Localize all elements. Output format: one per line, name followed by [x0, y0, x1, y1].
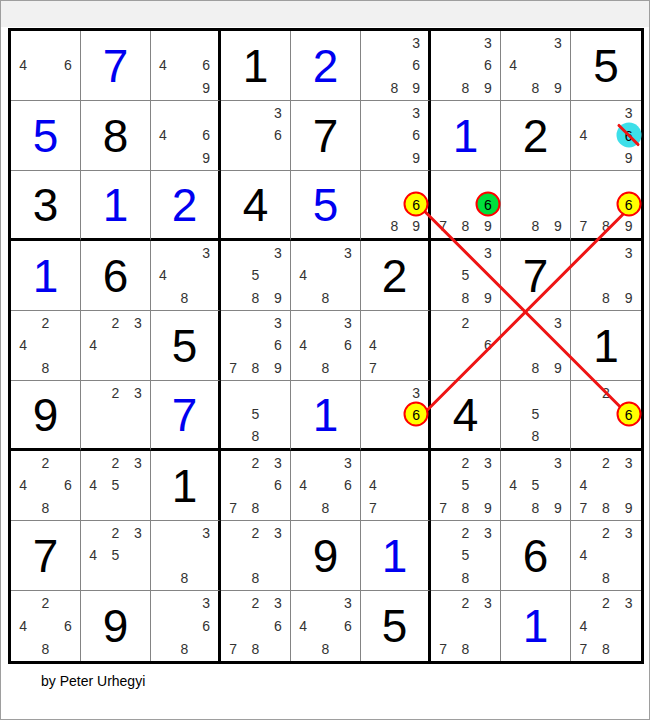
empty-slot-4: [502, 334, 524, 356]
candidate-6: 6: [267, 615, 289, 638]
cell-r7c6[interactable]: 47: [361, 451, 431, 521]
cell-r1c8[interactable]: 3489: [501, 31, 571, 101]
empty-slot-5: [174, 544, 196, 566]
empty-slot-5: [595, 124, 618, 146]
candidate-3: 3: [337, 312, 359, 334]
solved-digit: 7: [81, 31, 150, 100]
candidate-2: 2: [104, 382, 126, 404]
candidate-9: 9: [617, 147, 640, 169]
empty-slot-2: [454, 242, 476, 264]
cell-r8c3[interactable]: 38: [151, 521, 221, 591]
cell-r7c3[interactable]: 1: [151, 451, 221, 521]
empty-slot-6: [267, 404, 289, 426]
empty-slot-5: [174, 54, 196, 76]
pencil-marks: 2348: [572, 522, 640, 589]
cell-r8c4[interactable]: 238: [221, 521, 291, 591]
candidate-8: 8: [454, 287, 476, 309]
cell-r4c1[interactable]: 1: [11, 241, 81, 311]
empty-slot-6: [617, 474, 640, 496]
empty-slot-7: [432, 567, 454, 589]
pencil-marks: 2378: [432, 592, 499, 660]
empty-slot-1: [12, 452, 34, 474]
empty-slot-5: [454, 615, 476, 638]
cell-r7c2[interactable]: 2345: [81, 451, 151, 521]
candidate-4: 4: [152, 124, 174, 146]
empty-slot-2: [174, 242, 196, 264]
cell-r9c1[interactable]: 2468: [11, 591, 81, 661]
cell-r7c1[interactable]: 2468: [11, 451, 81, 521]
given-digit: 6: [501, 521, 570, 590]
cell-r9c3[interactable]: 368: [151, 591, 221, 661]
candidate-9: 9: [477, 287, 499, 309]
candidate-3: 3: [547, 312, 569, 334]
empty-slot-7: [222, 147, 244, 169]
cell-r5c8[interactable]: 389: [501, 311, 571, 381]
given-digit: 5: [151, 311, 218, 380]
cell-r3c1[interactable]: 3: [11, 171, 81, 241]
candidate-4: 4: [292, 474, 314, 496]
empty-slot-1: [152, 242, 174, 264]
candidate-8: 8: [595, 215, 618, 237]
candidate-3: 3: [547, 452, 569, 474]
empty-slot-7: [362, 215, 384, 237]
empty-slot-5: [524, 54, 546, 76]
empty-slot-4: [432, 474, 454, 496]
cell-r7c9[interactable]: 234789: [571, 451, 641, 521]
candidate-3: 3: [195, 242, 217, 264]
cell-r3c2[interactable]: 1: [81, 171, 151, 241]
empty-slot-1: [82, 382, 104, 404]
given-digit: 1: [571, 311, 641, 380]
empty-slot-7: [222, 567, 244, 589]
cell-r3c9[interactable]: 6789: [571, 171, 641, 241]
cell-r2c5[interactable]: 7: [291, 101, 361, 171]
empty-slot-5: [314, 474, 336, 496]
empty-slot-6: [547, 404, 569, 426]
cell-r8c9[interactable]: 2348: [571, 521, 641, 591]
cell-r8c2[interactable]: 2345: [81, 521, 151, 591]
pencil-marks: 234: [82, 312, 149, 379]
cell-r8c1[interactable]: 7: [11, 521, 81, 591]
cell-r5c9[interactable]: 1: [571, 311, 641, 381]
pencil-marks: 3689: [362, 32, 427, 99]
candidate-3: 3: [267, 522, 289, 544]
empty-slot-3: [477, 172, 499, 194]
candidate-4: 4: [362, 334, 384, 356]
empty-slot-7: [572, 147, 595, 169]
cell-r6c9[interactable]: 26: [571, 381, 641, 451]
solved-digit: 1: [291, 381, 360, 448]
empty-slot-1: [432, 312, 454, 334]
cell-r6c8[interactable]: 58: [501, 381, 571, 451]
empty-slot-2: [314, 452, 336, 474]
candidate-2: 2: [454, 452, 476, 474]
empty-slot-6: [547, 474, 569, 496]
empty-slot-4: [222, 615, 244, 638]
cell-r7c4[interactable]: 23678: [221, 451, 291, 521]
empty-slot-7: [12, 357, 34, 379]
cell-r2c4[interactable]: 36: [221, 101, 291, 171]
empty-slot-3: [57, 32, 79, 54]
cell-r3c8[interactable]: 89: [501, 171, 571, 241]
pencil-marks: 3468: [292, 592, 359, 660]
candidate-2: 2: [595, 592, 618, 615]
candidate-8: 8: [244, 637, 266, 660]
candidate-8: 8: [454, 497, 476, 519]
empty-slot-2: [244, 102, 266, 124]
empty-slot-8: [244, 147, 266, 169]
empty-slot-7: [82, 357, 104, 379]
pencil-marks: 6789: [432, 172, 499, 237]
cell-r6c1[interactable]: 9: [11, 381, 81, 451]
empty-slot-3: [405, 312, 427, 334]
cell-r2c2[interactable]: 8: [81, 101, 151, 171]
pencil-marks: 23478: [572, 592, 640, 660]
empty-slot-9: [267, 147, 289, 169]
empty-slot-2: [34, 32, 56, 54]
pencil-marks: 58: [502, 382, 569, 447]
cell-r3c6[interactable]: 689: [361, 171, 431, 241]
empty-slot-1: [432, 452, 454, 474]
pencil-marks: 36789: [222, 312, 289, 379]
empty-slot-5: [244, 334, 266, 356]
candidate-9: 9: [547, 357, 569, 379]
cell-r4c8[interactable]: 7: [501, 241, 571, 311]
empty-slot-1: [572, 382, 595, 404]
candidate-2: 2: [104, 452, 126, 474]
empty-slot-5: [34, 474, 56, 496]
cell-r2c9[interactable]: 3469: [571, 101, 641, 171]
empty-slot-6: [127, 404, 149, 426]
candidate-8: 8: [34, 497, 56, 519]
cell-r6c4[interactable]: 58: [221, 381, 291, 451]
candidate-2: 2: [34, 592, 56, 615]
empty-slot-2: [384, 32, 406, 54]
cell-r4c7[interactable]: 3589: [431, 241, 501, 311]
cell-r1c4[interactable]: 1: [221, 31, 291, 101]
cell-r4c6[interactable]: 2: [361, 241, 431, 311]
candidate-8: 8: [454, 215, 476, 237]
cell-r9c5[interactable]: 3468: [291, 591, 361, 661]
cell-r2c7[interactable]: 1: [431, 101, 501, 171]
empty-slot-6: [405, 474, 427, 496]
candidate-3: 3: [267, 102, 289, 124]
cell-r3c3[interactable]: 2: [151, 171, 221, 241]
pencil-marks: 389: [572, 242, 640, 309]
candidate-2: 2: [244, 452, 266, 474]
empty-slot-1: [12, 32, 34, 54]
given-digit: 1: [221, 31, 290, 100]
given-digit: 7: [291, 101, 360, 170]
empty-slot-7: [82, 425, 104, 447]
candidate-3: 3: [617, 592, 640, 615]
empty-slot-1: [362, 452, 384, 474]
empty-slot-1: [222, 452, 244, 474]
empty-slot-9: [617, 425, 640, 447]
candidate-slot-6: 6: [617, 194, 640, 216]
candidate-9: 9: [405, 147, 427, 169]
empty-slot-2: [384, 452, 406, 474]
empty-slot-1: [572, 172, 595, 194]
candidate-3: 3: [127, 522, 149, 544]
cell-r6c3[interactable]: 7: [151, 381, 221, 451]
candidate-4: 4: [152, 264, 174, 286]
cell-r3c4[interactable]: 4: [221, 171, 291, 241]
cell-r9c8[interactable]: 1: [501, 591, 571, 661]
candidate-3: 3: [617, 102, 640, 124]
empty-slot-9: [617, 567, 640, 589]
empty-slot-1: [12, 312, 34, 334]
cell-r7c5[interactable]: 3468: [291, 451, 361, 521]
highlight-yellow-candidate-6: 6: [616, 192, 641, 217]
cell-r4c9[interactable]: 389: [571, 241, 641, 311]
cell-r5c2[interactable]: 234: [81, 311, 151, 381]
sudoku-board: 4674691236893689348955846936736912346931…: [8, 28, 644, 664]
empty-slot-8: [595, 425, 618, 447]
candidate-7: 7: [432, 215, 454, 237]
candidate-8: 8: [314, 497, 336, 519]
pencil-marks: 2345: [82, 522, 149, 589]
empty-slot-7: [362, 425, 384, 447]
candidate-5: 5: [454, 264, 476, 286]
cell-r7c8[interactable]: 34589: [501, 451, 571, 521]
empty-slot-8: [384, 425, 406, 447]
cell-r7c7[interactable]: 235789: [431, 451, 501, 521]
cell-r6c6[interactable]: 36: [361, 381, 431, 451]
empty-slot-3: [267, 382, 289, 404]
empty-slot-7: [82, 497, 104, 519]
candidate-4: 4: [572, 615, 595, 638]
candidate-slot-6: 6: [617, 124, 640, 146]
solved-digit: 5: [291, 171, 360, 238]
candidate-4: 4: [572, 474, 595, 496]
candidate-8: 8: [174, 567, 196, 589]
cell-r6c5[interactable]: 1: [291, 381, 361, 451]
empty-slot-9: [405, 497, 427, 519]
pencil-marks: 36: [362, 382, 427, 447]
top-bar: [1, 1, 649, 27]
empty-slot-1: [292, 452, 314, 474]
empty-slot-2: [524, 172, 546, 194]
empty-slot-5: [314, 615, 336, 638]
candidate-7: 7: [432, 637, 454, 660]
empty-slot-1: [432, 172, 454, 194]
cell-r8c8[interactable]: 6: [501, 521, 571, 591]
candidate-7: 7: [432, 497, 454, 519]
empty-slot-3: [477, 312, 499, 334]
empty-slot-8: [384, 357, 406, 379]
cell-r5c5[interactable]: 3468: [291, 311, 361, 381]
empty-slot-7: [502, 215, 524, 237]
empty-slot-6: [195, 544, 217, 566]
cell-r1c1[interactable]: 46: [11, 31, 81, 101]
cell-r8c7[interactable]: 2358: [431, 521, 501, 591]
cell-r4c3[interactable]: 348: [151, 241, 221, 311]
empty-slot-1: [222, 382, 244, 404]
candidate-slot-6: 6: [405, 404, 427, 426]
candidate-9: 9: [405, 215, 427, 237]
given-digit: 9: [291, 521, 360, 590]
cell-r3c7[interactable]: 6789: [431, 171, 501, 241]
empty-slot-9: [267, 497, 289, 519]
empty-slot-2: [454, 172, 476, 194]
given-digit: 6: [81, 241, 150, 310]
empty-slot-2: [174, 32, 196, 54]
cell-r3c5[interactable]: 5: [291, 171, 361, 241]
pencil-marks: 248: [12, 312, 79, 379]
cell-r9c2[interactable]: 9: [81, 591, 151, 661]
empty-slot-2: [174, 522, 196, 544]
cell-r1c2[interactable]: 7: [81, 31, 151, 101]
cell-r9c9[interactable]: 23478: [571, 591, 641, 661]
cell-r1c6[interactable]: 3689: [361, 31, 431, 101]
cell-r2c8[interactable]: 2: [501, 101, 571, 171]
pencil-marks: 47: [362, 452, 427, 519]
cell-r4c5[interactable]: 348: [291, 241, 361, 311]
given-digit: 1: [151, 451, 218, 520]
empty-slot-2: [454, 32, 476, 54]
empty-slot-6: [617, 544, 640, 566]
candidate-2: 2: [244, 522, 266, 544]
empty-slot-6: [405, 334, 427, 356]
candidate-6: 6: [195, 124, 217, 146]
given-digit: 2: [501, 101, 570, 170]
empty-slot-1: [82, 312, 104, 334]
empty-slot-2: [314, 592, 336, 615]
empty-slot-2: [595, 242, 618, 264]
empty-slot-8: [174, 147, 196, 169]
empty-slot-8: [384, 147, 406, 169]
empty-slot-7: [362, 147, 384, 169]
pencil-marks: 3468: [292, 452, 359, 519]
solved-digit: 1: [431, 101, 500, 170]
cell-r8c5[interactable]: 9: [291, 521, 361, 591]
pencil-marks: 89: [502, 172, 569, 237]
candidate-slot-6: 6: [617, 404, 640, 426]
cell-r2c6[interactable]: 369: [361, 101, 431, 171]
candidate-8: 8: [244, 497, 266, 519]
pencil-marks: 36: [222, 102, 289, 169]
empty-slot-4: [572, 264, 595, 286]
empty-slot-9: [57, 357, 79, 379]
empty-slot-7: [152, 637, 174, 660]
pencil-marks: 23678: [222, 452, 289, 519]
empty-slot-5: [384, 474, 406, 496]
app-window: 4674691236893689348955846936736912346931…: [0, 0, 650, 720]
empty-slot-1: [292, 242, 314, 264]
cell-r9c6[interactable]: 5: [361, 591, 431, 661]
empty-slot-5: [34, 615, 56, 638]
cell-r2c1[interactable]: 5: [11, 101, 81, 171]
candidate-9: 9: [477, 215, 499, 237]
empty-slot-1: [572, 242, 595, 264]
empty-slot-7: [292, 497, 314, 519]
empty-slot-1: [432, 242, 454, 264]
cell-r4c4[interactable]: 3589: [221, 241, 291, 311]
cell-r9c4[interactable]: 23678: [221, 591, 291, 661]
empty-slot-5: [595, 194, 618, 216]
given-digit: 7: [501, 241, 570, 310]
empty-slot-1: [432, 32, 454, 54]
empty-slot-7: [432, 357, 454, 379]
candidate-3: 3: [547, 32, 569, 54]
cell-r8c6[interactable]: 1: [361, 521, 431, 591]
empty-slot-1: [502, 452, 524, 474]
cell-r9c7[interactable]: 2378: [431, 591, 501, 661]
candidate-6: 6: [337, 334, 359, 356]
empty-slot-4: [432, 54, 454, 76]
solved-digit: 1: [361, 521, 428, 590]
empty-slot-1: [292, 592, 314, 615]
empty-slot-4: [222, 544, 244, 566]
empty-slot-6: [127, 474, 149, 496]
empty-slot-2: [384, 102, 406, 124]
highlight-yellow-candidate-6: 6: [404, 192, 429, 217]
candidate-5: 5: [454, 544, 476, 566]
empty-slot-1: [362, 382, 384, 404]
candidate-4: 4: [502, 474, 524, 496]
cell-r5c7[interactable]: 26: [431, 311, 501, 381]
empty-slot-6: [195, 264, 217, 286]
candidate-5: 5: [104, 474, 126, 496]
empty-slot-8: [34, 77, 56, 99]
empty-slot-4: [82, 404, 104, 426]
cell-r4c2[interactable]: 6: [81, 241, 151, 311]
candidate-4: 4: [502, 54, 524, 76]
cell-r5c3[interactable]: 5: [151, 311, 221, 381]
cell-r1c5[interactable]: 2: [291, 31, 361, 101]
candidate-4: 4: [12, 334, 34, 356]
highlight-yellow-candidate-6: 6: [404, 402, 429, 427]
candidate-9: 9: [267, 357, 289, 379]
empty-slot-5: [595, 404, 618, 426]
empty-slot-5: [384, 124, 406, 146]
cell-r5c6[interactable]: 47: [361, 311, 431, 381]
pencil-marks: 34589: [502, 452, 569, 519]
empty-slot-7: [222, 425, 244, 447]
pencil-marks: 3489: [502, 32, 569, 99]
empty-slot-6: [57, 334, 79, 356]
candidate-2: 2: [454, 312, 476, 334]
cell-r1c9[interactable]: 5: [571, 31, 641, 101]
empty-slot-6: [477, 264, 499, 286]
empty-slot-1: [362, 172, 384, 194]
candidate-8: 8: [524, 357, 546, 379]
cell-r1c3[interactable]: 469: [151, 31, 221, 101]
empty-slot-1: [222, 312, 244, 334]
cell-r6c7[interactable]: 4: [431, 381, 501, 451]
empty-slot-9: [267, 425, 289, 447]
empty-slot-7: [502, 357, 524, 379]
cell-r6c2[interactable]: 23: [81, 381, 151, 451]
candidate-6: 6: [337, 474, 359, 496]
empty-slot-4: [222, 404, 244, 426]
cell-r1c7[interactable]: 3689: [431, 31, 501, 101]
empty-slot-1: [222, 592, 244, 615]
given-digit: 9: [81, 591, 150, 661]
candidate-7: 7: [362, 497, 384, 519]
candidate-4: 4: [292, 264, 314, 286]
empty-slot-3: [195, 102, 217, 124]
empty-slot-5: [384, 404, 406, 426]
cell-r2c3[interactable]: 469: [151, 101, 221, 171]
cell-r5c4[interactable]: 36789: [221, 311, 291, 381]
solved-digit: 1: [11, 241, 80, 310]
candidate-slot-6: 6: [405, 194, 427, 216]
empty-slot-1: [362, 32, 384, 54]
pencil-marks: 47: [362, 312, 427, 379]
cell-r5c1[interactable]: 248: [11, 311, 81, 381]
